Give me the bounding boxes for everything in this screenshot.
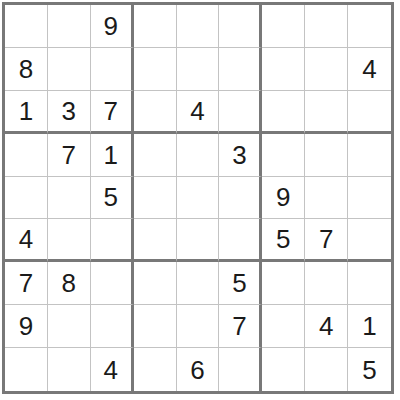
cell-r3c1[interactable]: 1 <box>5 91 48 134</box>
cell-r2c2[interactable] <box>48 48 91 91</box>
cell-r6c8[interactable]: 7 <box>305 219 348 262</box>
cell-r2c3[interactable] <box>91 48 134 91</box>
cell-r7c5[interactable] <box>177 262 220 305</box>
cell-r7c7[interactable] <box>262 262 305 305</box>
cell-r9c2[interactable] <box>48 348 91 391</box>
cell-r1c5[interactable] <box>177 5 220 48</box>
cell-r4c5[interactable] <box>177 134 220 177</box>
cell-r3c9[interactable] <box>348 91 391 134</box>
cell-r6c1[interactable]: 4 <box>5 219 48 262</box>
cell-r2c4[interactable] <box>134 48 177 91</box>
cell-r5c4[interactable] <box>134 177 177 220</box>
cell-r1c7[interactable] <box>262 5 305 48</box>
cell-r7c2[interactable]: 8 <box>48 262 91 305</box>
cell-r9c8[interactable] <box>305 348 348 391</box>
cell-r2c6[interactable] <box>219 48 262 91</box>
cell-r8c8[interactable]: 4 <box>305 305 348 348</box>
cell-r8c3[interactable] <box>91 305 134 348</box>
cell-r3c8[interactable] <box>305 91 348 134</box>
cell-r7c8[interactable] <box>305 262 348 305</box>
sudoku-page: 9841374713594577859741465 <box>0 0 400 400</box>
cell-r6c3[interactable] <box>91 219 134 262</box>
cell-r3c6[interactable] <box>219 91 262 134</box>
cell-r3c5[interactable]: 4 <box>177 91 220 134</box>
cell-r5c3[interactable]: 5 <box>91 177 134 220</box>
cell-r8c4[interactable] <box>134 305 177 348</box>
cell-r5c5[interactable] <box>177 177 220 220</box>
cell-r2c8[interactable] <box>305 48 348 91</box>
cell-r6c7[interactable]: 5 <box>262 219 305 262</box>
cell-r4c1[interactable] <box>5 134 48 177</box>
cell-r6c9[interactable] <box>348 219 391 262</box>
cell-r9c4[interactable] <box>134 348 177 391</box>
cell-r3c7[interactable] <box>262 91 305 134</box>
cell-r9c6[interactable] <box>219 348 262 391</box>
cell-r5c9[interactable] <box>348 177 391 220</box>
cell-r8c6[interactable]: 7 <box>219 305 262 348</box>
cell-r4c9[interactable] <box>348 134 391 177</box>
cell-r7c4[interactable] <box>134 262 177 305</box>
cell-r6c5[interactable] <box>177 219 220 262</box>
cell-r3c2[interactable]: 3 <box>48 91 91 134</box>
cell-r7c1[interactable]: 7 <box>5 262 48 305</box>
cell-r9c3[interactable]: 4 <box>91 348 134 391</box>
cell-r1c2[interactable] <box>48 5 91 48</box>
cell-r3c3[interactable]: 7 <box>91 91 134 134</box>
cell-r5c7[interactable]: 9 <box>262 177 305 220</box>
cell-r4c2[interactable]: 7 <box>48 134 91 177</box>
cell-r5c1[interactable] <box>5 177 48 220</box>
cell-r9c5[interactable]: 6 <box>177 348 220 391</box>
cell-r1c4[interactable] <box>134 5 177 48</box>
cell-r4c3[interactable]: 1 <box>91 134 134 177</box>
cell-r7c6[interactable]: 5 <box>219 262 262 305</box>
cell-r7c9[interactable] <box>348 262 391 305</box>
cell-r6c4[interactable] <box>134 219 177 262</box>
cell-r8c9[interactable]: 1 <box>348 305 391 348</box>
cell-r4c4[interactable] <box>134 134 177 177</box>
cell-r2c9[interactable]: 4 <box>348 48 391 91</box>
cell-r6c2[interactable] <box>48 219 91 262</box>
cell-r5c2[interactable] <box>48 177 91 220</box>
cell-r2c1[interactable]: 8 <box>5 48 48 91</box>
cell-r8c7[interactable] <box>262 305 305 348</box>
cell-r4c7[interactable] <box>262 134 305 177</box>
cell-r1c9[interactable] <box>348 5 391 48</box>
cell-r9c9[interactable]: 5 <box>348 348 391 391</box>
cell-r4c6[interactable]: 3 <box>219 134 262 177</box>
cell-r2c5[interactable] <box>177 48 220 91</box>
cell-r3c4[interactable] <box>134 91 177 134</box>
cell-r2c7[interactable] <box>262 48 305 91</box>
cell-r1c1[interactable] <box>5 5 48 48</box>
cell-r8c5[interactable] <box>177 305 220 348</box>
cell-r9c7[interactable] <box>262 348 305 391</box>
cell-r6c6[interactable] <box>219 219 262 262</box>
cell-r1c8[interactable] <box>305 5 348 48</box>
cell-r8c1[interactable]: 9 <box>5 305 48 348</box>
sudoku-board: 9841374713594577859741465 <box>2 2 394 394</box>
cell-r5c8[interactable] <box>305 177 348 220</box>
cell-r5c6[interactable] <box>219 177 262 220</box>
cell-r8c2[interactable] <box>48 305 91 348</box>
cell-r4c8[interactable] <box>305 134 348 177</box>
cell-r1c6[interactable] <box>219 5 262 48</box>
cell-r1c3[interactable]: 9 <box>91 5 134 48</box>
cell-r7c3[interactable] <box>91 262 134 305</box>
cell-r9c1[interactable] <box>5 348 48 391</box>
